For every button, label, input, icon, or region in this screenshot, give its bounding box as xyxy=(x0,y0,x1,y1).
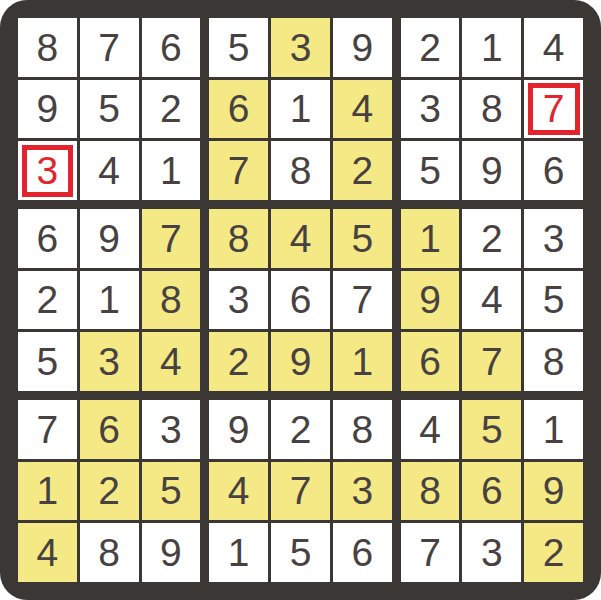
cell-value: 4 xyxy=(160,342,182,381)
cell-value: 9 xyxy=(228,410,250,449)
cell-r4c2[interactable]: 9 xyxy=(80,209,139,268)
cell-r5c2[interactable]: 1 xyxy=(80,271,139,330)
cell-r4c1[interactable]: 6 xyxy=(18,209,77,268)
cell-value: 5 xyxy=(228,28,250,67)
cell-r7c9[interactable]: 1 xyxy=(524,400,583,459)
cell-r1c3[interactable]: 6 xyxy=(142,18,201,77)
cell-value: 9 xyxy=(351,28,373,67)
cell-value: 3 xyxy=(419,89,441,128)
cell-r9c1[interactable]: 4 xyxy=(18,523,77,582)
cell-value: 8 xyxy=(419,471,441,510)
cell-value: 6 xyxy=(351,533,373,572)
cell-r2c8[interactable]: 8 xyxy=(462,80,521,139)
cell-r8c2[interactable]: 2 xyxy=(80,462,139,521)
cell-r4c9[interactable]: 3 xyxy=(524,209,583,268)
cell-r1c5[interactable]: 3 xyxy=(271,18,330,77)
cell-value: 5 xyxy=(37,342,59,381)
cell-r3c9[interactable]: 6 xyxy=(524,141,583,200)
sudoku-board: 8765392149526143873417825966978451232183… xyxy=(0,0,601,600)
cell-value: 1 xyxy=(290,89,312,128)
cell-value: 1 xyxy=(228,533,250,572)
cell-r2c5[interactable]: 1 xyxy=(271,80,330,139)
cell-value: 5 xyxy=(543,280,565,319)
cell-r3c8[interactable]: 9 xyxy=(462,141,521,200)
cell-r2c7[interactable]: 3 xyxy=(401,80,460,139)
cell-r9c9[interactable]: 2 xyxy=(524,523,583,582)
sudoku-grid: 8765392149526143873417825966978451232183… xyxy=(18,18,583,582)
cell-r5c6[interactable]: 7 xyxy=(333,271,392,330)
cell-value: 7 xyxy=(160,219,182,258)
cell-value: 6 xyxy=(290,280,312,319)
cell-value: 1 xyxy=(37,471,59,510)
cell-value: 6 xyxy=(228,89,250,128)
cell-r6c4[interactable]: 2 xyxy=(209,332,268,391)
cell-r7c2[interactable]: 6 xyxy=(80,400,139,459)
cell-value: 8 xyxy=(351,410,373,449)
cell-value: 5 xyxy=(160,471,182,510)
cell-r8c7[interactable]: 8 xyxy=(401,462,460,521)
cell-r2c3[interactable]: 2 xyxy=(142,80,201,139)
cell-r4c6[interactable]: 5 xyxy=(333,209,392,268)
cell-r2c6[interactable]: 4 xyxy=(333,80,392,139)
cell-r7c4[interactable]: 9 xyxy=(209,400,268,459)
cell-value: 9 xyxy=(543,471,565,510)
cell-r2c2[interactable]: 5 xyxy=(80,80,139,139)
cell-value: 3 xyxy=(351,471,373,510)
cell-r3c5[interactable]: 8 xyxy=(271,141,330,200)
cell-value: 3 xyxy=(37,151,59,190)
cell-r7c1[interactable]: 7 xyxy=(18,400,77,459)
cell-value: 1 xyxy=(543,410,565,449)
red-marker-box: 7 xyxy=(528,83,580,135)
cell-value: 6 xyxy=(37,219,59,258)
cell-value: 7 xyxy=(37,410,59,449)
cell-value: 5 xyxy=(98,89,120,128)
cell-value: 4 xyxy=(351,89,373,128)
cell-r7c8[interactable]: 5 xyxy=(462,400,521,459)
cell-value: 4 xyxy=(481,280,503,319)
cell-r8c8[interactable]: 6 xyxy=(462,462,521,521)
cell-r9c3[interactable]: 9 xyxy=(142,523,201,582)
cell-value: 9 xyxy=(37,89,59,128)
cell-r3c1[interactable]: 3 xyxy=(18,141,77,200)
cell-value: 5 xyxy=(419,151,441,190)
cell-value: 3 xyxy=(98,342,120,381)
cell-value: 2 xyxy=(481,219,503,258)
cell-value: 8 xyxy=(37,28,59,67)
cell-r9c6[interactable]: 6 xyxy=(333,523,392,582)
cell-value: 7 xyxy=(228,151,250,190)
cell-value: 8 xyxy=(160,280,182,319)
cell-r6c2[interactable]: 3 xyxy=(80,332,139,391)
cell-r1c6[interactable]: 9 xyxy=(333,18,392,77)
cell-value: 8 xyxy=(543,342,565,381)
cell-value: 8 xyxy=(228,219,250,258)
cell-r5c3[interactable]: 8 xyxy=(142,271,201,330)
cell-value: 1 xyxy=(160,151,182,190)
cell-r6c5[interactable]: 9 xyxy=(271,332,330,391)
cell-value: 5 xyxy=(351,219,373,258)
cell-r2c4[interactable]: 6 xyxy=(209,80,268,139)
cell-value: 8 xyxy=(290,151,312,190)
cell-r9c4[interactable]: 1 xyxy=(209,523,268,582)
cell-r1c7[interactable]: 2 xyxy=(401,18,460,77)
cell-r5c4[interactable]: 3 xyxy=(209,271,268,330)
cell-value: 1 xyxy=(98,280,120,319)
cell-r9c5[interactable]: 5 xyxy=(271,523,330,582)
red-marker-box: 3 xyxy=(22,145,74,197)
cell-value: 6 xyxy=(160,28,182,67)
cell-value: 2 xyxy=(419,28,441,67)
cell-value: 7 xyxy=(481,342,503,381)
cell-value: 9 xyxy=(419,280,441,319)
cell-r2c9[interactable]: 7 xyxy=(524,80,583,139)
cell-value: 6 xyxy=(481,471,503,510)
cell-r9c8[interactable]: 3 xyxy=(462,523,521,582)
cell-r2c1[interactable]: 9 xyxy=(18,80,77,139)
cell-r3c7[interactable]: 5 xyxy=(401,141,460,200)
cell-r4c8[interactable]: 2 xyxy=(462,209,521,268)
cell-value: 3 xyxy=(290,28,312,67)
cell-r6c3[interactable]: 4 xyxy=(142,332,201,391)
cell-r7c7[interactable]: 4 xyxy=(401,400,460,459)
cell-r8c9[interactable]: 9 xyxy=(524,462,583,521)
cell-value: 2 xyxy=(351,151,373,190)
cell-r6c1[interactable]: 5 xyxy=(18,332,77,391)
cell-r7c6[interactable]: 8 xyxy=(333,400,392,459)
cell-r7c5[interactable]: 2 xyxy=(271,400,330,459)
cell-r4c5[interactable]: 4 xyxy=(271,209,330,268)
cell-r3c3[interactable]: 1 xyxy=(142,141,201,200)
cell-value: 4 xyxy=(37,533,59,572)
cell-value: 3 xyxy=(228,280,250,319)
cell-r1c2[interactable]: 7 xyxy=(80,18,139,77)
cell-value: 4 xyxy=(290,219,312,258)
cell-r6c7[interactable]: 6 xyxy=(401,332,460,391)
cell-r5c5[interactable]: 6 xyxy=(271,271,330,330)
cell-value: 1 xyxy=(351,342,373,381)
cell-value: 3 xyxy=(543,219,565,258)
cell-value: 6 xyxy=(543,151,565,190)
cell-value: 9 xyxy=(98,219,120,258)
cell-r3c2[interactable]: 4 xyxy=(80,141,139,200)
cell-r5c8[interactable]: 4 xyxy=(462,271,521,330)
cell-value: 9 xyxy=(160,533,182,572)
cell-r3c6[interactable]: 2 xyxy=(333,141,392,200)
cell-r8c3[interactable]: 5 xyxy=(142,462,201,521)
cell-value: 4 xyxy=(543,28,565,67)
cell-r6c8[interactable]: 7 xyxy=(462,332,521,391)
cell-value: 3 xyxy=(160,410,182,449)
cell-value: 1 xyxy=(481,28,503,67)
cell-r1c1[interactable]: 8 xyxy=(18,18,77,77)
cell-r1c4[interactable]: 5 xyxy=(209,18,268,77)
cell-value: 7 xyxy=(419,533,441,572)
cell-r5c1[interactable]: 2 xyxy=(18,271,77,330)
cell-r1c8[interactable]: 1 xyxy=(462,18,521,77)
cell-value: 4 xyxy=(419,410,441,449)
cell-value: 7 xyxy=(351,280,373,319)
cell-r5c9[interactable]: 5 xyxy=(524,271,583,330)
cell-value: 2 xyxy=(37,280,59,319)
cell-value: 6 xyxy=(98,410,120,449)
cell-r4c7[interactable]: 1 xyxy=(401,209,460,268)
cell-value: 4 xyxy=(228,471,250,510)
cell-value: 5 xyxy=(481,410,503,449)
cell-r9c2[interactable]: 8 xyxy=(80,523,139,582)
cell-r5c7[interactable]: 9 xyxy=(401,271,460,330)
cell-value: 9 xyxy=(290,342,312,381)
cell-value: 7 xyxy=(543,89,565,128)
cell-r7c3[interactable]: 3 xyxy=(142,400,201,459)
cell-r4c3[interactable]: 7 xyxy=(142,209,201,268)
cell-r8c5[interactable]: 7 xyxy=(271,462,330,521)
cell-value: 2 xyxy=(290,410,312,449)
cell-value: 2 xyxy=(98,471,120,510)
cell-r4c4[interactable]: 8 xyxy=(209,209,268,268)
cell-r1c9[interactable]: 4 xyxy=(524,18,583,77)
cell-value: 1 xyxy=(419,219,441,258)
cell-value: 2 xyxy=(160,89,182,128)
cell-value: 7 xyxy=(290,471,312,510)
cell-r9c7[interactable]: 7 xyxy=(401,523,460,582)
cell-r8c6[interactable]: 3 xyxy=(333,462,392,521)
cell-r6c6[interactable]: 1 xyxy=(333,332,392,391)
cell-r8c4[interactable]: 4 xyxy=(209,462,268,521)
cell-value: 6 xyxy=(419,342,441,381)
cell-value: 2 xyxy=(543,533,565,572)
cell-value: 9 xyxy=(481,151,503,190)
cell-value: 3 xyxy=(481,533,503,572)
cell-value: 2 xyxy=(228,342,250,381)
cell-value: 8 xyxy=(98,533,120,572)
cell-r8c1[interactable]: 1 xyxy=(18,462,77,521)
cell-r6c9[interactable]: 8 xyxy=(524,332,583,391)
cell-value: 4 xyxy=(98,151,120,190)
cell-value: 5 xyxy=(290,533,312,572)
cell-r3c4[interactable]: 7 xyxy=(209,141,268,200)
cell-value: 8 xyxy=(481,89,503,128)
cell-value: 7 xyxy=(98,28,120,67)
